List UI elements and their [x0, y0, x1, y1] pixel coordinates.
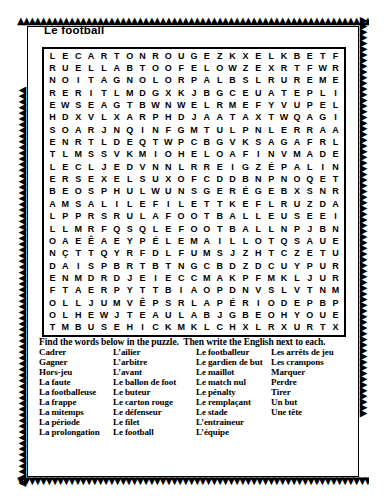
grid-cell: K: [162, 322, 175, 334]
word-list-item: La mitemps: [39, 407, 100, 417]
grid-cell: E: [329, 75, 342, 87]
word-list-item: Hors-jeu: [39, 367, 100, 377]
grid-cell: C: [213, 322, 226, 334]
grid-cell: Z: [239, 260, 252, 272]
grid-cell: K: [226, 272, 239, 284]
grid-cell: T: [123, 99, 136, 111]
grid-cell: L: [239, 211, 252, 223]
grid-cell: U: [278, 260, 291, 272]
grid-cell: O: [200, 223, 213, 235]
grid-cell: O: [213, 62, 226, 74]
grid-cell: T: [136, 62, 149, 74]
grid-cell: Y: [110, 248, 123, 260]
grid-cell: F: [188, 173, 201, 185]
grid-cell: R: [239, 297, 252, 309]
grid-cell: E: [110, 322, 123, 334]
grid-cell: E: [110, 235, 123, 247]
grid-cell: M: [200, 272, 213, 284]
grid-cell: C: [226, 87, 239, 99]
grid-cell: L: [97, 112, 110, 124]
grid-cell: U: [291, 99, 304, 111]
grid-cell: B: [200, 136, 213, 148]
grid-cell: K: [226, 198, 239, 210]
grid-cell: L: [162, 235, 175, 247]
grid-cell: A: [265, 136, 278, 148]
grid-cell: R: [188, 161, 201, 173]
grid-cell: A: [200, 235, 213, 247]
grid-cell: Z: [213, 50, 226, 62]
grid-cell: D: [46, 260, 59, 272]
grid-cell: F: [252, 99, 265, 111]
grid-cell: E: [329, 149, 342, 161]
grid-cell: P: [97, 186, 110, 198]
grid-cell: N: [278, 173, 291, 185]
grid-cell: X: [239, 50, 252, 62]
grid-cell: F: [162, 211, 175, 223]
grid-cell: C: [175, 272, 188, 284]
grid-cell: O: [72, 186, 85, 198]
grid-cell: M: [72, 223, 85, 235]
grid-cell: F: [149, 198, 162, 210]
grid-cell: L: [188, 297, 201, 309]
grid-cell: I: [252, 297, 265, 309]
word-search-grid: LECARTONROUGEZKXELKBETFRUELLABTOOFELOWZE…: [42, 47, 346, 337]
grid-cell: E: [252, 50, 265, 62]
grid-cell: U: [123, 186, 136, 198]
grid-cell: Z: [239, 62, 252, 74]
grid-cell: C: [188, 136, 201, 148]
grid-cell: H: [252, 248, 265, 260]
instructions-text: Find the words below in the puzzle. Then…: [39, 337, 359, 347]
word-list-item: Cadrer: [39, 347, 100, 357]
grid-cell: D: [85, 272, 98, 284]
grid-cell: A: [303, 235, 316, 247]
grid-cell: R: [97, 285, 110, 297]
grid-cell: C: [200, 260, 213, 272]
grid-cell: R: [97, 50, 110, 62]
grid-cell: F: [303, 62, 316, 74]
grid-cell: L: [136, 186, 149, 198]
grid-cell: N: [149, 161, 162, 173]
word-list-item: L’équipe: [196, 427, 263, 437]
grid-cell: A: [316, 124, 329, 136]
grid-cell: O: [265, 309, 278, 321]
grid-cell: U: [175, 50, 188, 62]
grid-cell: R: [85, 211, 98, 223]
grid-cell: E: [46, 136, 59, 148]
grid-cell: X: [72, 112, 85, 124]
page-title: Le football: [44, 24, 104, 36]
grid-cell: S: [136, 173, 149, 185]
grid-cell: U: [278, 211, 291, 223]
grid-cell: E: [316, 99, 329, 111]
grid-cell: O: [59, 75, 72, 87]
grid-cell: K: [278, 50, 291, 62]
grid-cell: M: [59, 198, 72, 210]
grid-cell: W: [175, 99, 188, 111]
grid-cell: E: [136, 198, 149, 210]
grid-cell: Ê: [136, 297, 149, 309]
grid-cell: B: [149, 260, 162, 272]
grid-cell: S: [72, 99, 85, 111]
grid-cell: A: [85, 198, 98, 210]
grid-cell: Y: [291, 260, 304, 272]
grid-cell: G: [110, 75, 123, 87]
grid-cell: O: [188, 211, 201, 223]
grid-cell: J: [188, 112, 201, 124]
grid-cell: T: [123, 309, 136, 321]
grid-cell: A: [97, 235, 110, 247]
grid-cell: H: [175, 149, 188, 161]
grid-cell: T: [265, 112, 278, 124]
grid-cell: T: [46, 322, 59, 334]
grid-cell: O: [59, 124, 72, 136]
grid-cell: V: [278, 149, 291, 161]
grid-cell: B: [239, 173, 252, 185]
grid-cell: R: [123, 260, 136, 272]
grid-cell: N: [175, 186, 188, 198]
grid-cell: M: [265, 272, 278, 284]
grid-cell: B: [110, 260, 123, 272]
grid-cell: L: [252, 211, 265, 223]
grid-cell: G: [149, 87, 162, 99]
grid-cell: F: [252, 198, 265, 210]
grid-cell: T: [85, 75, 98, 87]
grid-cell: Q: [136, 223, 149, 235]
grid-cell: L: [200, 62, 213, 74]
grid-cell: I: [149, 272, 162, 284]
grid-cell: D: [110, 272, 123, 284]
grid-cell: L: [149, 75, 162, 87]
grid-cell: E: [303, 248, 316, 260]
grid-cell: U: [291, 198, 304, 210]
grid-cell: E: [329, 235, 342, 247]
word-list-column: Le footballeurLe gardien de butLe maillo…: [196, 347, 263, 437]
grid-cell: Q: [110, 223, 123, 235]
grid-cell: D: [136, 87, 149, 99]
grid-cell: U: [252, 87, 265, 99]
grid-cell: H: [46, 112, 59, 124]
grid-cell: C: [188, 272, 201, 284]
grid-cell: É: [265, 161, 278, 173]
grid-cell: M: [123, 87, 136, 99]
grid-cell: O: [252, 235, 265, 247]
grid-cell: O: [149, 62, 162, 74]
grid-cell: H: [226, 322, 239, 334]
grid-cell: S: [265, 285, 278, 297]
grid-cell: P: [149, 297, 162, 309]
word-list-item: L’ailier: [113, 347, 176, 357]
grid-cell: E: [162, 223, 175, 235]
grid-cell: M: [226, 99, 239, 111]
grid-cell: S: [252, 136, 265, 148]
grid-cell: U: [213, 124, 226, 136]
grid-cell: T: [303, 285, 316, 297]
grid-cell: W: [149, 99, 162, 111]
grid-cell: D: [226, 173, 239, 185]
word-list-item: Marquer: [271, 367, 334, 377]
grid-cell: A: [188, 309, 201, 321]
grid-cell: N: [175, 260, 188, 272]
word-list-item: Le buteur: [113, 387, 176, 397]
grid-cell: U: [278, 75, 291, 87]
grid-cell: S: [303, 186, 316, 198]
grid-cell: O: [175, 211, 188, 223]
grid-cell: R: [226, 186, 239, 198]
grid-cell: G: [188, 260, 201, 272]
grid-cell: P: [303, 99, 316, 111]
grid-cell: E: [213, 186, 226, 198]
grid-cell: M: [136, 149, 149, 161]
grid-cell: B: [226, 223, 239, 235]
grid-cell: D: [226, 260, 239, 272]
grid-cell: O: [162, 149, 175, 161]
grid-cell: J: [123, 272, 136, 284]
grid-cell: T: [162, 260, 175, 272]
grid-cell: U: [162, 186, 175, 198]
grid-cell: M: [188, 235, 201, 247]
grid-cell: E: [123, 136, 136, 148]
grid-cell: A: [239, 223, 252, 235]
grid-cell: N: [329, 161, 342, 173]
grid-cell: A: [149, 211, 162, 223]
grid-cell: K: [123, 149, 136, 161]
grid-cell: G: [239, 161, 252, 173]
grid-cell: B: [226, 75, 239, 87]
grid-cell: A: [72, 285, 85, 297]
grid-cell: P: [291, 223, 304, 235]
grid-cell: T: [59, 285, 72, 297]
grid-cell: T: [278, 87, 291, 99]
grid-cell: A: [213, 272, 226, 284]
grid-cell: S: [85, 260, 98, 272]
grid-cell: A: [59, 260, 72, 272]
grid-cell: V: [123, 297, 136, 309]
grid-cell: R: [149, 50, 162, 62]
grid-cell: E: [188, 62, 201, 74]
grid-cell: E: [329, 309, 342, 321]
grid-cell: L: [72, 297, 85, 309]
grid-cell: E: [85, 173, 98, 185]
grid-cell: S: [188, 186, 201, 198]
grid-cell: B: [291, 50, 304, 62]
grid-cell: É: [239, 186, 252, 198]
grid-cell: L: [110, 87, 123, 99]
grid-cell: A: [329, 124, 342, 136]
grid-cell: F: [329, 50, 342, 62]
word-list-item: L’entraineur: [196, 417, 263, 427]
grid-cell: J: [226, 248, 239, 260]
grid-cell: L: [226, 235, 239, 247]
word-list-item: La prolongation: [39, 427, 100, 437]
word-list-item: Un but: [271, 397, 334, 407]
grid-cell: T: [46, 149, 59, 161]
grid-cell: E: [188, 149, 201, 161]
grid-cell: S: [123, 223, 136, 235]
grid-cell: Z: [303, 198, 316, 210]
grid-cell: E: [110, 161, 123, 173]
grid-cell: J: [213, 309, 226, 321]
grid-cell: U: [188, 248, 201, 260]
grid-cell: R: [278, 62, 291, 74]
grid-cell: R: [213, 99, 226, 111]
grid-cell: P: [213, 297, 226, 309]
grid-cell: A: [85, 50, 98, 62]
word-list-item: Le remplaçant: [196, 397, 263, 407]
grid-cell: I: [136, 124, 149, 136]
grid-cell: H: [162, 112, 175, 124]
grid-cell: I: [329, 87, 342, 99]
grid-cell: G: [213, 87, 226, 99]
grid-cell: R: [303, 322, 316, 334]
grid-cell: N: [252, 173, 265, 185]
grid-cell: D: [278, 297, 291, 309]
grid-cell: F: [175, 62, 188, 74]
grid-cell: X: [162, 173, 175, 185]
grid-cell: C: [200, 173, 213, 185]
grid-cell: L: [265, 198, 278, 210]
grid-cell: O: [46, 309, 59, 321]
grid-cell: P: [265, 173, 278, 185]
grid-cell: L: [239, 235, 252, 247]
grid-cell: A: [188, 285, 201, 297]
grid-cell: J: [188, 87, 201, 99]
grid-cell: M: [72, 149, 85, 161]
grid-cell: B: [278, 186, 291, 198]
grid-cell: E: [239, 99, 252, 111]
grid-cell: O: [162, 50, 175, 62]
grid-cell: B: [123, 62, 136, 74]
grid-cell: O: [213, 149, 226, 161]
grid-cell: R: [291, 124, 304, 136]
word-list-column: Les arrêts de jeuLes cramponsMarquerPerd…: [271, 347, 334, 417]
grid-cell: L: [59, 149, 72, 161]
grid-cell: M: [72, 272, 85, 284]
grid-cell: D: [252, 260, 265, 272]
grid-cell: U: [316, 235, 329, 247]
grid-cell: K: [175, 87, 188, 99]
grid-cell: A: [303, 149, 316, 161]
grid-cell: L: [123, 198, 136, 210]
grid-cell: T: [200, 198, 213, 210]
grid-cell: X: [97, 173, 110, 185]
grid-cell: L: [329, 136, 342, 148]
word-list-column: L’ailierL’arbitreL’avantLe ballon de foo…: [113, 347, 176, 437]
grid-cell: R: [329, 62, 342, 74]
grid-cell: T: [149, 285, 162, 297]
grid-cell: E: [188, 198, 201, 210]
grid-cell: A: [46, 198, 59, 210]
grid-cell: T: [149, 136, 162, 148]
grid-cell: I: [316, 161, 329, 173]
grid-cell: R: [46, 62, 59, 74]
grid-cell: R: [316, 136, 329, 148]
grid-cell: H: [123, 322, 136, 334]
grid-cell: E: [252, 62, 265, 74]
grid-cell: P: [110, 285, 123, 297]
grid-cell: U: [162, 309, 175, 321]
grid-cell: B: [239, 309, 252, 321]
grid-cell: V: [110, 149, 123, 161]
grid-cell: L: [59, 309, 72, 321]
grid-cell: R: [265, 75, 278, 87]
grid-cell: L: [200, 99, 213, 111]
grid-cell: E: [59, 50, 72, 62]
word-list-item: Le football: [113, 427, 176, 437]
grid-cell: L: [303, 161, 316, 173]
grid-cell: K: [239, 136, 252, 148]
word-list-item: Perdre: [271, 377, 334, 387]
grid-cell: C: [265, 260, 278, 272]
grid-cell: L: [316, 87, 329, 99]
grid-cell: B: [46, 186, 59, 198]
grid-cell: C: [72, 50, 85, 62]
grid-cell: E: [46, 272, 59, 284]
grid-cell: P: [97, 260, 110, 272]
grid-cell: R: [72, 136, 85, 148]
word-list-item: Le défenseur: [113, 407, 176, 417]
grid-cell: N: [123, 75, 136, 87]
grid-cell: I: [252, 149, 265, 161]
grid-cell: S: [162, 297, 175, 309]
grid-cell: L: [175, 161, 188, 173]
sawtooth-border-right: ▲▲▲▲▲▲▲▲▲▲▲▲▲▲▲▲▲▲▲▲▲▲▲▲▲▲▲▲▲▲▲▲▲▲▲▲▲▲▲▲…: [358, 17, 369, 477]
grid-cell: L: [59, 297, 72, 309]
grid-cell: T: [136, 260, 149, 272]
grid-cell: L: [46, 50, 59, 62]
grid-cell: A: [329, 198, 342, 210]
grid-cell: X: [110, 112, 123, 124]
grid-cell: E: [291, 87, 304, 99]
grid-cell: A: [291, 161, 304, 173]
grid-cell: L: [85, 161, 98, 173]
grid-cell: R: [329, 186, 342, 198]
grid-cell: N: [162, 161, 175, 173]
grid-cell: O: [46, 235, 59, 247]
grid-cell: T: [97, 87, 110, 99]
grid-cell: N: [149, 124, 162, 136]
grid-cell: T: [329, 173, 342, 185]
grid-cell: S: [291, 235, 304, 247]
grid-cell: A: [265, 87, 278, 99]
grid-cell: S: [97, 149, 110, 161]
grid-cell: I: [329, 211, 342, 223]
word-list-item: Le footballeur: [196, 347, 263, 357]
grid-cell: V: [85, 112, 98, 124]
grid-cell: Ç: [59, 248, 72, 260]
grid-cell: A: [149, 309, 162, 321]
grid-cell: D: [149, 248, 162, 260]
grid-cell: V: [278, 99, 291, 111]
grid-cell: I: [175, 285, 188, 297]
grid-cell: L: [175, 309, 188, 321]
grid-cell: V: [226, 136, 239, 148]
grid-cell: M: [316, 75, 329, 87]
grid-cell: W: [162, 136, 175, 148]
grid-cell: R: [278, 198, 291, 210]
grid-cell: U: [329, 248, 342, 260]
grid-cell: B: [162, 285, 175, 297]
grid-cell: P: [188, 75, 201, 87]
grid-cell: S: [85, 149, 98, 161]
grid-cell: X: [291, 186, 304, 198]
grid-cell: L: [200, 149, 213, 161]
grid-cell: O: [291, 173, 304, 185]
grid-cell: D: [59, 112, 72, 124]
grid-cell: J: [97, 124, 110, 136]
grid-cell: T: [316, 50, 329, 62]
grid-cell: I: [162, 198, 175, 210]
